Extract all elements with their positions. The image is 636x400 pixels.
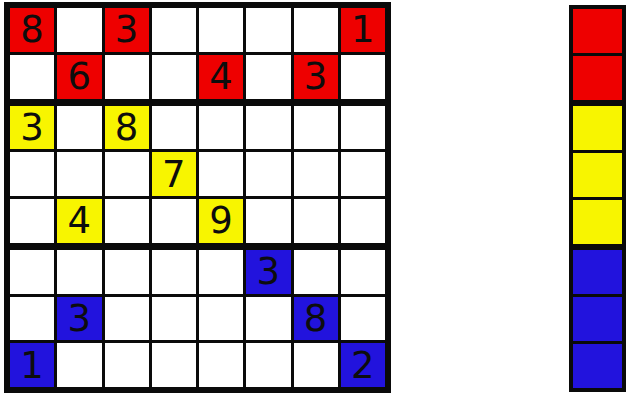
grid-cell-given: 3 bbox=[294, 55, 338, 99]
grid-cell-empty bbox=[199, 106, 243, 150]
grid-cell-empty bbox=[199, 297, 243, 341]
grid-cell-given: 3 bbox=[57, 297, 101, 341]
grid-cell-given: 4 bbox=[199, 55, 243, 99]
legend-cell-blue bbox=[573, 344, 622, 388]
grid-cell-empty bbox=[246, 152, 290, 196]
grid-cell-empty bbox=[10, 297, 54, 341]
grid-cell-empty bbox=[152, 55, 196, 99]
grid-cell-empty bbox=[341, 250, 385, 294]
grid-cell-empty bbox=[105, 152, 149, 196]
grid-cell-given: 8 bbox=[294, 297, 338, 341]
grid-cell-empty bbox=[246, 343, 290, 387]
grid-cell-empty bbox=[294, 8, 338, 52]
grid-cell-empty bbox=[105, 55, 149, 99]
grid-cell-empty bbox=[341, 55, 385, 99]
grid-cell-given: 8 bbox=[105, 106, 149, 150]
grid-cell-empty bbox=[57, 106, 101, 150]
grid-cell-empty bbox=[294, 152, 338, 196]
grid-cell-empty bbox=[246, 8, 290, 52]
grid-cell-given: 2 bbox=[341, 343, 385, 387]
grid-cell-given: 8 bbox=[10, 8, 54, 52]
grid-cell-empty bbox=[294, 199, 338, 243]
grid-cell-empty bbox=[246, 199, 290, 243]
grid-cell-empty bbox=[10, 55, 54, 99]
grid-cell-empty bbox=[152, 343, 196, 387]
legend-cell-yellow bbox=[573, 153, 622, 197]
grid-cell-empty bbox=[10, 250, 54, 294]
grid-cell-given: 9 bbox=[199, 199, 243, 243]
grid-cell-empty bbox=[105, 297, 149, 341]
row-color-legend bbox=[569, 5, 626, 392]
legend-group-red bbox=[573, 9, 622, 100]
grid-cell-empty bbox=[199, 250, 243, 294]
board-band-blue: 33812 bbox=[10, 250, 385, 387]
grid-cell-empty bbox=[294, 250, 338, 294]
grid-cell-empty bbox=[199, 152, 243, 196]
grid-cell-given: 3 bbox=[105, 8, 149, 52]
puzzle-board: 831643 38749 33812 bbox=[4, 2, 391, 393]
grid-cell-empty bbox=[10, 152, 54, 196]
grid-cell-empty bbox=[341, 297, 385, 341]
grid-cell-empty bbox=[57, 250, 101, 294]
grid-cell-empty bbox=[341, 106, 385, 150]
grid-cell-empty bbox=[246, 106, 290, 150]
grid-cell-given: 1 bbox=[10, 343, 54, 387]
grid-cell-empty bbox=[246, 55, 290, 99]
grid-cell-empty bbox=[152, 199, 196, 243]
grid-cell-empty bbox=[341, 152, 385, 196]
grid-cell-empty bbox=[199, 343, 243, 387]
grid-cell-empty bbox=[105, 250, 149, 294]
grid-cell-empty bbox=[57, 152, 101, 196]
grid-cell-given: 4 bbox=[57, 199, 101, 243]
legend-group-blue bbox=[573, 250, 622, 388]
grid-cell-empty bbox=[152, 297, 196, 341]
grid-cell-empty bbox=[246, 297, 290, 341]
legend-cell-blue bbox=[573, 250, 622, 294]
legend-cell-red bbox=[573, 56, 622, 100]
grid-cell-empty bbox=[105, 343, 149, 387]
grid-cell-given: 3 bbox=[246, 250, 290, 294]
grid-cell-empty bbox=[57, 8, 101, 52]
grid-cell-empty bbox=[10, 199, 54, 243]
grid-cell-given: 6 bbox=[57, 55, 101, 99]
grid-cell-empty bbox=[152, 8, 196, 52]
grid-cell-empty bbox=[294, 343, 338, 387]
board-band-yellow: 38749 bbox=[10, 106, 385, 243]
grid-cell-given: 7 bbox=[152, 152, 196, 196]
legend-cell-yellow bbox=[573, 106, 622, 150]
grid-cell-empty bbox=[294, 106, 338, 150]
legend-group-yellow bbox=[573, 106, 622, 244]
legend-cell-red bbox=[573, 9, 622, 53]
grid-cell-given: 3 bbox=[10, 106, 54, 150]
board-band-red: 831643 bbox=[10, 8, 385, 99]
grid-cell-empty bbox=[341, 199, 385, 243]
legend-cell-blue bbox=[573, 297, 622, 341]
grid-cell-empty bbox=[199, 8, 243, 52]
grid-cell-empty bbox=[105, 199, 149, 243]
grid-cell-empty bbox=[152, 106, 196, 150]
legend-cell-yellow bbox=[573, 200, 622, 244]
grid-cell-empty bbox=[152, 250, 196, 294]
grid-cell-empty bbox=[57, 343, 101, 387]
grid-cell-given: 1 bbox=[341, 8, 385, 52]
